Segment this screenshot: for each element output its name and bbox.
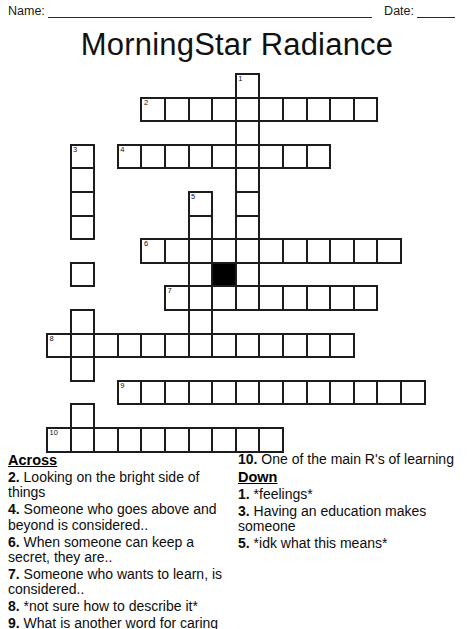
grid-cell[interactable]: 8 [46,333,72,359]
grid-cell[interactable] [211,144,237,170]
grid-cell[interactable] [258,333,284,359]
grid-cell[interactable] [164,333,190,359]
grid-cell[interactable] [329,285,355,311]
grid-cell[interactable] [306,380,332,406]
worksheet-page: Name: Date: MorningStar Radiance 1234567… [0,0,474,629]
clue-down-5: 5. *idk what this means* [238,536,474,551]
grid-cell[interactable] [140,333,166,359]
clue-across-6: 6. When someone can keep a secret, they … [8,535,233,566]
grid-cell[interactable] [140,144,166,170]
grid-cell[interactable] [235,167,261,193]
grid-cell[interactable] [117,427,143,453]
grid-cell[interactable] [329,97,355,123]
grid-cell[interactable] [164,427,190,453]
grid-cell[interactable] [282,285,308,311]
grid-cell[interactable] [188,309,214,335]
grid-cell[interactable] [211,238,237,264]
grid-cell[interactable]: 1 [235,73,261,99]
grid-cell[interactable] [235,427,261,453]
grid-cell[interactable] [188,238,214,264]
puzzle-title: MorningStar Radiance [0,27,474,63]
grid-cell[interactable] [258,285,284,311]
grid-cell[interactable] [235,380,261,406]
cell-number: 2 [144,99,148,107]
grid-cell[interactable] [258,380,284,406]
cell-number: 3 [73,146,77,154]
grid-cell[interactable]: 2 [140,97,166,123]
grid-cell[interactable] [93,333,119,359]
grid-cell[interactable] [70,333,96,359]
cell-number: 8 [50,335,54,343]
clue-down-3: 3. Having an education makes someone [238,504,474,535]
grid-cell[interactable] [140,380,166,406]
grid-cell[interactable] [188,333,214,359]
grid-cell[interactable] [306,144,332,170]
grid-cell[interactable] [282,97,308,123]
grid-cell[interactable] [353,238,379,264]
grid-cell[interactable] [235,333,261,359]
grid-cell[interactable] [282,238,308,264]
down-column: 10. One of the main R's of learning Down… [238,452,474,629]
grid-cell[interactable] [258,97,284,123]
grid-cell[interactable] [306,97,332,123]
grid-cell[interactable]: 7 [164,285,190,311]
date-underline [417,4,455,18]
grid-cell[interactable] [235,262,261,288]
clues-section: Across 2. Looking on the bright side of … [8,452,474,629]
grid-cell[interactable] [140,427,166,453]
grid-cell[interactable] [188,144,214,170]
grid-cell[interactable] [70,356,96,382]
grid-cell[interactable] [353,97,379,123]
grid-cell[interactable] [353,285,379,311]
grid-cell[interactable] [188,285,214,311]
cell-number: 1 [238,75,242,83]
grid-cell[interactable] [258,427,284,453]
grid-cell[interactable] [211,97,237,123]
name-label: Name: [8,4,45,18]
across-overflow-list: 10. One of the main R's of learning [238,452,474,467]
grid-cell[interactable] [235,285,261,311]
name-date-row: Name: Date: [8,4,455,18]
cell-number: 9 [120,382,124,390]
grid-cell[interactable] [70,262,96,288]
grid-cell[interactable] [188,97,214,123]
grid-cell[interactable] [188,262,214,288]
crossword-grid: 12345678910 [47,74,425,452]
grid-cell[interactable] [164,238,190,264]
grid-cell[interactable] [235,238,261,264]
grid-cell[interactable] [93,427,119,453]
name-underline [48,4,372,18]
clue-across-8: 8. *not sure how to describe it* [8,599,233,614]
grid-cell[interactable] [282,144,308,170]
grid-cell[interactable] [306,238,332,264]
grid-cell[interactable] [376,238,402,264]
down-header: Down [238,469,474,486]
grid-cell[interactable]: 10 [46,427,72,453]
grid-cell[interactable] [258,144,284,170]
grid-cell[interactable] [70,427,96,453]
clue-across-9: 9. What is another word for caring [8,616,233,629]
grid-cell[interactable] [70,191,96,217]
grid-cell[interactable]: 5 [188,191,214,217]
across-list: 2. Looking on the bright side of things4… [8,470,233,629]
grid-cell[interactable] [258,238,284,264]
grid-cell[interactable] [188,427,214,453]
grid-cell[interactable] [211,380,237,406]
clue-across-10: 10. One of the main R's of learning [238,452,474,467]
grid-cell[interactable]: 9 [117,380,143,406]
grid-cell[interactable] [235,144,261,170]
date-label: Date: [384,4,414,18]
down-list: 1. *feelings*3. Having an education make… [238,487,474,552]
clue-across-2: 2. Looking on the bright side of things [8,470,233,501]
grid-cell[interactable] [353,380,379,406]
grid-cell[interactable] [164,97,190,123]
grid-cell[interactable] [70,403,96,429]
grid-cell[interactable] [164,144,190,170]
grid-cell[interactable] [306,333,332,359]
grid-cell[interactable]: 6 [140,238,166,264]
grid-cell[interactable] [329,333,355,359]
grid-cell[interactable] [164,380,190,406]
grid-cell[interactable] [211,285,237,311]
across-header: Across [8,452,233,469]
grid-cell[interactable] [235,120,261,146]
grid-cell[interactable] [211,333,237,359]
clue-across-7: 7. Someone who wants to learn, is consid… [8,567,233,598]
clue-down-1: 1. *feelings* [238,487,474,502]
cell-number: 7 [167,287,171,295]
grid-cell[interactable] [211,427,237,453]
grid-cell[interactable] [70,215,96,241]
grid-cell[interactable] [117,333,143,359]
black-cell [211,262,237,288]
cell-number: 5 [191,193,195,201]
grid-cell[interactable]: 4 [117,144,143,170]
grid-cell[interactable] [70,309,96,335]
grid-cell[interactable] [282,380,308,406]
grid-cell[interactable] [329,380,355,406]
grid-cell[interactable] [235,97,261,123]
grid-cell[interactable] [188,380,214,406]
grid-cell[interactable] [188,215,214,241]
grid-cell[interactable] [376,380,402,406]
grid-cell[interactable]: 3 [70,144,96,170]
grid-cell[interactable] [306,285,332,311]
across-column: Across 2. Looking on the bright side of … [8,452,233,629]
cell-number: 4 [120,146,124,154]
grid-cell[interactable] [282,333,308,359]
cell-number: 6 [144,240,148,248]
grid-cell[interactable] [235,215,261,241]
grid-cell[interactable] [235,191,261,217]
clue-across-4: 4. Someone who goes above and beyond is … [8,502,233,533]
grid-cell[interactable] [70,167,96,193]
cell-number: 10 [50,429,58,437]
grid-cell[interactable] [329,238,355,264]
grid-cell[interactable] [400,380,426,406]
